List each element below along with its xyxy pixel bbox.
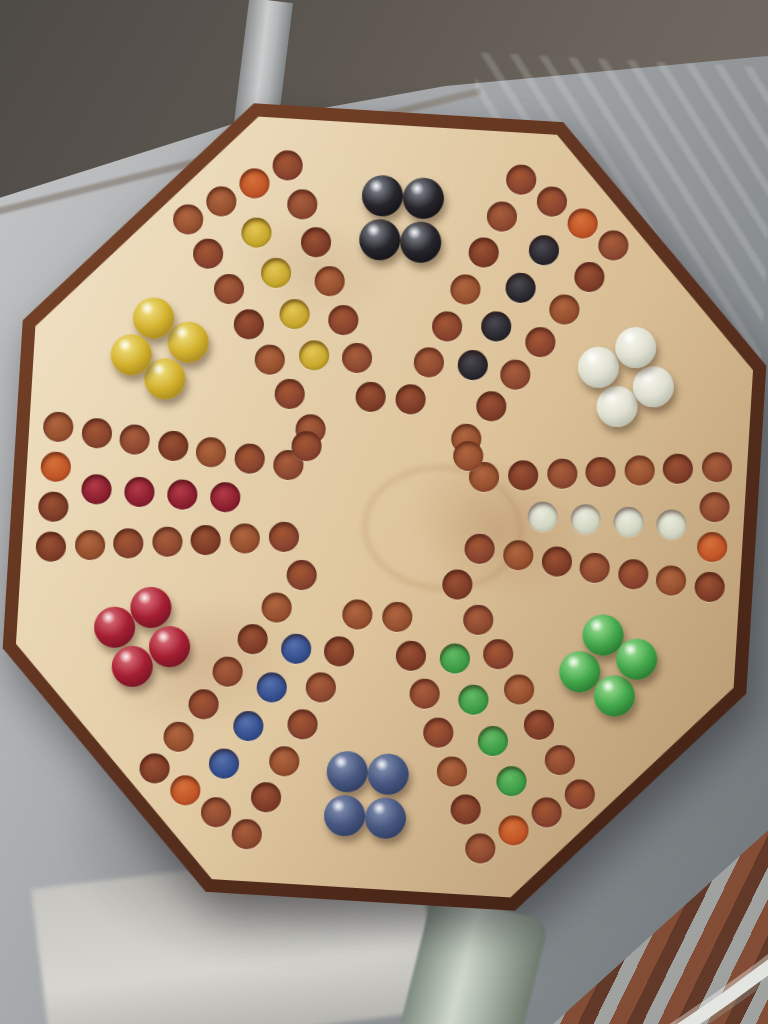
hole-track[interactable] [423,717,455,749]
hole-track[interactable] [694,571,726,603]
hole-track[interactable] [236,624,268,656]
hole-home-red[interactable] [81,473,113,505]
hole-start[interactable] [696,531,728,563]
hole-track[interactable] [579,552,611,584]
marble-black[interactable] [361,174,404,217]
hole-track[interactable] [74,529,106,561]
hole-track[interactable] [172,203,204,235]
marble-blue[interactable] [323,794,366,837]
hole-home-white[interactable] [613,506,645,538]
hole-home-blue[interactable] [208,748,240,780]
hole-home-green[interactable] [496,766,528,798]
hole-track[interactable] [475,391,507,423]
hole-home-yellow[interactable] [279,298,311,330]
hole-start[interactable] [40,451,72,483]
hole-track[interactable] [300,227,332,259]
hole-track[interactable] [536,185,568,217]
hole-track[interactable] [212,656,244,688]
hole-track[interactable] [573,262,605,294]
hole-track[interactable] [355,381,387,413]
hole-start[interactable] [567,208,599,240]
hole-track[interactable] [138,753,170,785]
hole-track[interactable] [524,709,556,741]
hole-home-yellow[interactable] [298,339,330,371]
hole-home-blue[interactable] [280,633,312,665]
hole-home-black[interactable] [480,311,512,343]
marble-green[interactable] [615,637,658,680]
hole-track[interactable] [205,185,237,217]
hole-track[interactable] [285,559,317,591]
marble-white[interactable] [595,385,638,428]
hole-track[interactable] [119,424,151,456]
hole-track[interactable] [81,418,113,450]
hole-track[interactable] [431,310,463,342]
hole-track[interactable] [157,430,189,462]
marble-blue[interactable] [364,796,407,839]
hole-track[interactable] [524,326,556,358]
marble-black[interactable] [399,221,442,264]
hole-track[interactable] [442,569,474,601]
hole-track[interactable] [598,229,630,261]
hole-home-red[interactable] [209,481,241,513]
hole-track[interactable] [503,674,535,706]
hole-home-yellow[interactable] [260,257,292,289]
hole-track[interactable] [701,452,733,484]
hole-track[interactable] [42,411,74,443]
hole-track[interactable] [261,591,293,623]
hole-track[interactable] [464,533,496,565]
hole-track[interactable] [500,359,532,391]
hole-track[interactable] [341,342,373,374]
hole-track[interactable] [314,265,346,297]
hole-track[interactable] [250,782,282,814]
game-board [0,90,768,924]
hole-track[interactable] [395,640,427,672]
hole-track[interactable] [213,273,245,305]
hole-track[interactable] [450,794,482,826]
hole-track[interactable] [201,797,233,829]
hole-home-red[interactable] [166,479,198,511]
hole-home-blue[interactable] [256,671,288,703]
marble-white[interactable] [632,365,675,408]
hole-track[interactable] [549,294,581,326]
hole-track[interactable] [395,383,427,415]
hole-home-black[interactable] [528,234,560,266]
hole-track[interactable] [409,678,441,710]
marble-black[interactable] [402,177,445,220]
hole-home-blue[interactable] [232,710,264,742]
marble-green[interactable] [593,674,636,717]
hole-track[interactable] [190,524,222,556]
marble-red[interactable] [93,605,136,648]
hole-track[interactable] [274,378,306,410]
hole-home-black[interactable] [456,349,488,381]
hole-track[interactable] [413,347,445,379]
marble-black[interactable] [358,218,401,261]
marble-yellow[interactable] [166,321,209,364]
hole-track[interactable] [617,558,649,590]
hole-track[interactable] [272,149,304,181]
hole-track[interactable] [505,164,537,196]
hole-home-white[interactable] [570,503,602,535]
photo-scene [0,0,768,1024]
hole-track[interactable] [662,453,694,485]
hole-track[interactable] [268,745,300,777]
marble-blue[interactable] [326,750,369,793]
hole-track[interactable] [35,531,67,563]
hole-track[interactable] [464,833,496,865]
hole-track[interactable] [462,604,494,636]
hole-track[interactable] [151,526,183,558]
hole-start[interactable] [497,815,529,847]
hole-track[interactable] [37,491,69,523]
marble-red[interactable] [148,625,191,668]
hole-track[interactable] [544,744,576,776]
hole-home-green[interactable] [477,725,509,757]
hole-track[interactable] [187,688,219,720]
hole-track[interactable] [196,436,228,468]
hole-track[interactable] [502,539,534,571]
hole-track[interactable] [229,523,261,555]
hole-track[interactable] [113,527,145,559]
hole-track[interactable] [233,308,265,340]
holes-layer [0,90,768,924]
marble-yellow[interactable] [143,357,186,400]
hole-track[interactable] [585,456,617,488]
hole-track[interactable] [342,599,374,631]
hole-track[interactable] [656,565,688,597]
hole-track[interactable] [286,709,318,741]
hole-track[interactable] [486,200,518,232]
marble-red[interactable] [111,644,154,687]
hole-track[interactable] [541,546,573,578]
hole-track[interactable] [546,458,578,490]
hole-track[interactable] [468,237,500,269]
hole-track[interactable] [450,274,482,306]
hole-home-red[interactable] [124,476,156,508]
hole-home-yellow[interactable] [241,216,273,248]
hole-home-white[interactable] [527,501,559,533]
hole-home-green[interactable] [458,684,490,716]
hole-track[interactable] [163,721,195,753]
hole-start[interactable] [169,775,201,807]
hole-track[interactable] [507,459,539,491]
hole-home-green[interactable] [438,643,470,675]
hole-track[interactable] [231,818,263,850]
hole-track[interactable] [286,188,318,220]
hole-track[interactable] [699,491,731,523]
hole-track[interactable] [234,443,266,475]
marble-red[interactable] [129,585,172,628]
hole-track[interactable] [381,601,413,633]
hole-home-black[interactable] [504,272,536,304]
hole-track[interactable] [483,639,515,671]
hole-track[interactable] [531,797,563,829]
hole-home-white[interactable] [656,509,688,541]
hole-track[interactable] [327,304,359,336]
hole-track[interactable] [192,238,224,270]
marble-white[interactable] [577,346,620,389]
hole-track[interactable] [305,672,337,704]
marble-blue[interactable] [366,752,409,795]
hole-track[interactable] [436,755,468,787]
hole-start[interactable] [239,167,271,199]
hole-track[interactable] [564,779,596,811]
marble-white[interactable] [614,326,657,369]
hole-track[interactable] [268,521,300,553]
hole-track[interactable] [624,455,656,487]
hole-track[interactable] [253,343,285,375]
hole-track[interactable] [323,635,355,667]
